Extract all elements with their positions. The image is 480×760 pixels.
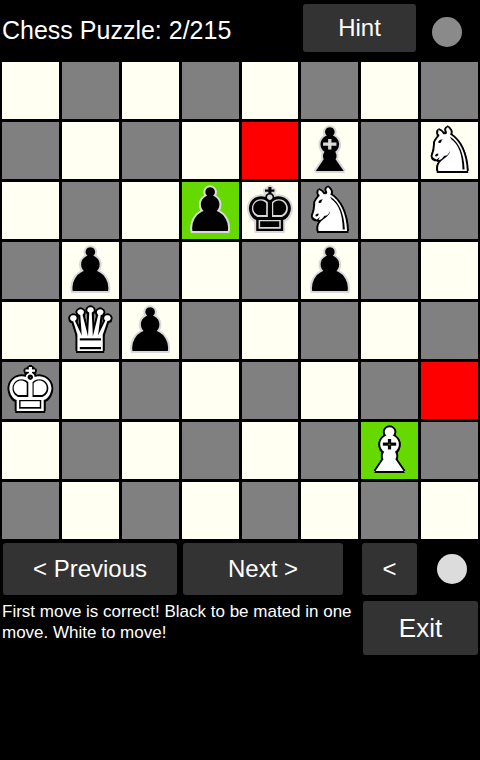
square-h4[interactable] (421, 302, 478, 359)
square-b4[interactable]: ♛ (62, 302, 119, 359)
square-a3[interactable]: ♚ (2, 362, 59, 419)
square-h2[interactable] (421, 422, 478, 479)
square-f8[interactable] (301, 62, 358, 119)
square-b5[interactable]: ♟ (62, 242, 119, 299)
square-f6[interactable]: ♞ (301, 182, 358, 239)
square-f2[interactable] (301, 422, 358, 479)
square-f5[interactable]: ♟ (301, 242, 358, 299)
piece-black-king-e6[interactable]: ♚ (243, 182, 297, 239)
status-dot-bottom (437, 554, 467, 584)
square-e7[interactable] (242, 122, 299, 179)
square-c3[interactable] (122, 362, 179, 419)
square-g2[interactable]: ♝ (361, 422, 418, 479)
exit-button[interactable]: Exit (363, 601, 478, 655)
square-a4[interactable] (2, 302, 59, 359)
page-title: Chess Puzzle: 2/215 (2, 16, 231, 45)
piece-black-bishop-f7[interactable]: ♝ (303, 122, 357, 179)
square-a5[interactable] (2, 242, 59, 299)
status-message: First move is correct! Black to be mated… (2, 601, 358, 643)
square-d5[interactable] (182, 242, 239, 299)
square-b1[interactable] (62, 482, 119, 539)
piece-white-knight-f6[interactable]: ♞ (303, 182, 357, 239)
piece-black-pawn-b5[interactable]: ♟ (63, 242, 117, 299)
hint-button[interactable]: Hint (303, 4, 416, 52)
square-b7[interactable] (62, 122, 119, 179)
back-button[interactable]: < (362, 543, 417, 595)
next-button[interactable]: Next > (183, 543, 343, 595)
square-d8[interactable] (182, 62, 239, 119)
square-c2[interactable] (122, 422, 179, 479)
square-d1[interactable] (182, 482, 239, 539)
square-h1[interactable] (421, 482, 478, 539)
square-e3[interactable] (242, 362, 299, 419)
square-g3[interactable] (361, 362, 418, 419)
piece-white-queen-b4[interactable]: ♛ (63, 302, 117, 359)
square-d4[interactable] (182, 302, 239, 359)
status-dot-top (432, 17, 462, 47)
square-f1[interactable] (301, 482, 358, 539)
square-e5[interactable] (242, 242, 299, 299)
square-f3[interactable] (301, 362, 358, 419)
piece-black-pawn-d6[interactable]: ♟ (183, 182, 237, 239)
square-c5[interactable] (122, 242, 179, 299)
previous-button[interactable]: < Previous (3, 543, 177, 595)
square-e6[interactable]: ♚ (242, 182, 299, 239)
square-e2[interactable] (242, 422, 299, 479)
square-c4[interactable]: ♟ (122, 302, 179, 359)
nav-bar: < Previous Next > < (0, 543, 480, 599)
square-c1[interactable] (122, 482, 179, 539)
square-a7[interactable] (2, 122, 59, 179)
square-c7[interactable] (122, 122, 179, 179)
square-h8[interactable] (421, 62, 478, 119)
square-c6[interactable] (122, 182, 179, 239)
square-b6[interactable] (62, 182, 119, 239)
app-header: Chess Puzzle: 2/215 Hint (0, 0, 480, 60)
square-h7[interactable]: ♞ (421, 122, 478, 179)
square-g4[interactable] (361, 302, 418, 359)
square-a6[interactable] (2, 182, 59, 239)
square-f7[interactable]: ♝ (301, 122, 358, 179)
square-e1[interactable] (242, 482, 299, 539)
square-h5[interactable] (421, 242, 478, 299)
square-d3[interactable] (182, 362, 239, 419)
square-e8[interactable] (242, 62, 299, 119)
square-e4[interactable] (242, 302, 299, 359)
piece-white-king-a3[interactable]: ♚ (4, 362, 58, 419)
square-a1[interactable] (2, 482, 59, 539)
square-a8[interactable] (2, 62, 59, 119)
square-b3[interactable] (62, 362, 119, 419)
square-b8[interactable] (62, 62, 119, 119)
square-b2[interactable] (62, 422, 119, 479)
piece-white-knight-h7[interactable]: ♞ (423, 122, 477, 179)
square-g1[interactable] (361, 482, 418, 539)
square-h6[interactable] (421, 182, 478, 239)
square-g7[interactable] (361, 122, 418, 179)
square-d2[interactable] (182, 422, 239, 479)
footer: First move is correct! Black to be mated… (0, 601, 480, 643)
square-c8[interactable] (122, 62, 179, 119)
piece-black-pawn-f5[interactable]: ♟ (303, 242, 357, 299)
piece-white-bishop-g2[interactable]: ♝ (363, 422, 417, 479)
square-d6[interactable]: ♟ (182, 182, 239, 239)
piece-black-pawn-c4[interactable]: ♟ (123, 302, 177, 359)
chess-board: ♝♞♟♚♞♟♟♛♟♚♝ (2, 62, 478, 539)
square-g8[interactable] (361, 62, 418, 119)
square-g6[interactable] (361, 182, 418, 239)
square-a2[interactable] (2, 422, 59, 479)
square-d7[interactable] (182, 122, 239, 179)
square-f4[interactable] (301, 302, 358, 359)
square-h3[interactable] (421, 362, 478, 419)
square-g5[interactable] (361, 242, 418, 299)
